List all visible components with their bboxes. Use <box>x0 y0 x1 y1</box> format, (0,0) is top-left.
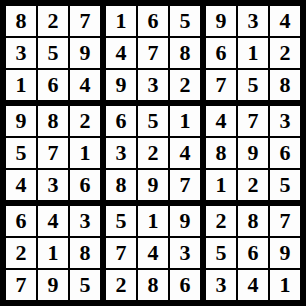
cell-r6c7[interactable]: 1 <box>206 170 236 200</box>
cell-r7c9[interactable]: 7 <box>270 206 300 236</box>
cell-r6c3[interactable]: 6 <box>70 170 100 200</box>
sudoku-grid: 8271659343594786121649327589826514735713… <box>6 6 300 300</box>
cell-r9c1[interactable]: 7 <box>6 270 36 300</box>
cell-r7c8[interactable]: 8 <box>238 206 268 236</box>
cell-r9c4[interactable]: 2 <box>106 270 136 300</box>
cell-r6c5[interactable]: 9 <box>138 170 168 200</box>
cell-r3c7[interactable]: 7 <box>206 70 236 100</box>
cell-r2c8[interactable]: 1 <box>238 38 268 68</box>
cell-r9c8[interactable]: 4 <box>238 270 268 300</box>
cell-r6c8[interactable]: 2 <box>238 170 268 200</box>
cell-r2c9[interactable]: 2 <box>270 38 300 68</box>
cell-r8c5[interactable]: 4 <box>138 238 168 268</box>
cell-r6c4[interactable]: 8 <box>106 170 136 200</box>
cell-r9c5[interactable]: 8 <box>138 270 168 300</box>
cell-r5c2[interactable]: 7 <box>38 138 68 168</box>
cell-r5c9[interactable]: 6 <box>270 138 300 168</box>
cell-r7c7[interactable]: 2 <box>206 206 236 236</box>
cell-r9c2[interactable]: 9 <box>38 270 68 300</box>
cell-r9c6[interactable]: 6 <box>170 270 200 300</box>
cell-r1c8[interactable]: 3 <box>238 6 268 36</box>
cell-r5c8[interactable]: 9 <box>238 138 268 168</box>
cell-r4c2[interactable]: 8 <box>38 106 68 136</box>
cell-r7c3[interactable]: 3 <box>70 206 100 236</box>
cell-r8c2[interactable]: 1 <box>38 238 68 268</box>
cell-r4c1[interactable]: 9 <box>6 106 36 136</box>
cell-r4c6[interactable]: 1 <box>170 106 200 136</box>
cell-r1c7[interactable]: 9 <box>206 6 236 36</box>
cell-r4c4[interactable]: 6 <box>106 106 136 136</box>
cell-r6c6[interactable]: 7 <box>170 170 200 200</box>
cell-r2c3[interactable]: 9 <box>70 38 100 68</box>
cell-r7c4[interactable]: 5 <box>106 206 136 236</box>
cell-r6c9[interactable]: 5 <box>270 170 300 200</box>
cell-r3c6[interactable]: 2 <box>170 70 200 100</box>
cell-r5c5[interactable]: 2 <box>138 138 168 168</box>
cell-r8c8[interactable]: 6 <box>238 238 268 268</box>
cell-r5c6[interactable]: 4 <box>170 138 200 168</box>
cell-r1c1[interactable]: 8 <box>6 6 36 36</box>
cell-r2c5[interactable]: 7 <box>138 38 168 68</box>
cell-r5c1[interactable]: 5 <box>6 138 36 168</box>
cell-r8c6[interactable]: 3 <box>170 238 200 268</box>
cell-r1c9[interactable]: 4 <box>270 6 300 36</box>
cell-r7c5[interactable]: 1 <box>138 206 168 236</box>
cell-r3c3[interactable]: 4 <box>70 70 100 100</box>
cell-r2c4[interactable]: 4 <box>106 38 136 68</box>
cell-r5c3[interactable]: 1 <box>70 138 100 168</box>
cell-r7c1[interactable]: 6 <box>6 206 36 236</box>
cell-r5c7[interactable]: 8 <box>206 138 236 168</box>
cell-r1c5[interactable]: 6 <box>138 6 168 36</box>
cell-r1c6[interactable]: 5 <box>170 6 200 36</box>
cell-r3c1[interactable]: 1 <box>6 70 36 100</box>
cell-r5c4[interactable]: 3 <box>106 138 136 168</box>
cell-r2c6[interactable]: 8 <box>170 38 200 68</box>
cell-r7c6[interactable]: 9 <box>170 206 200 236</box>
cell-r1c3[interactable]: 7 <box>70 6 100 36</box>
cell-r4c3[interactable]: 2 <box>70 106 100 136</box>
cell-r2c1[interactable]: 3 <box>6 38 36 68</box>
cell-r8c3[interactable]: 8 <box>70 238 100 268</box>
cell-r3c4[interactable]: 9 <box>106 70 136 100</box>
cell-r4c8[interactable]: 7 <box>238 106 268 136</box>
cell-r2c7[interactable]: 6 <box>206 38 236 68</box>
cell-r4c9[interactable]: 3 <box>270 106 300 136</box>
cell-r9c7[interactable]: 3 <box>206 270 236 300</box>
cell-r8c4[interactable]: 7 <box>106 238 136 268</box>
cell-r6c2[interactable]: 3 <box>38 170 68 200</box>
cell-r1c2[interactable]: 2 <box>38 6 68 36</box>
cell-r1c4[interactable]: 1 <box>106 6 136 36</box>
sudoku-board: 8271659343594786121649327589826514735713… <box>0 0 306 306</box>
cell-r3c5[interactable]: 3 <box>138 70 168 100</box>
cell-r8c7[interactable]: 5 <box>206 238 236 268</box>
cell-r2c2[interactable]: 5 <box>38 38 68 68</box>
cell-r9c3[interactable]: 5 <box>70 270 100 300</box>
cell-r9c9[interactable]: 1 <box>270 270 300 300</box>
cell-r8c9[interactable]: 9 <box>270 238 300 268</box>
cell-r4c5[interactable]: 5 <box>138 106 168 136</box>
cell-r7c2[interactable]: 4 <box>38 206 68 236</box>
cell-r3c8[interactable]: 5 <box>238 70 268 100</box>
cell-r4c7[interactable]: 4 <box>206 106 236 136</box>
cell-r3c9[interactable]: 8 <box>270 70 300 100</box>
cell-r3c2[interactable]: 6 <box>38 70 68 100</box>
cell-r6c1[interactable]: 4 <box>6 170 36 200</box>
cell-r8c1[interactable]: 2 <box>6 238 36 268</box>
